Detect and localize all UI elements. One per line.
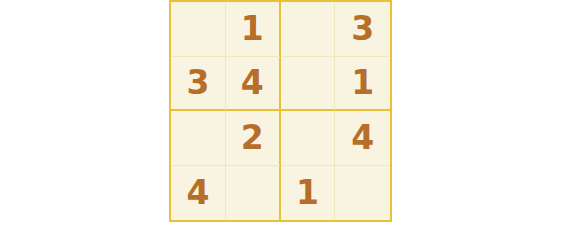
- sudoku-cell-empty[interactable]: [171, 111, 226, 166]
- page: 133412441: [0, 0, 570, 228]
- sudoku-cell-given: 3: [335, 2, 390, 57]
- sudoku-cell-empty[interactable]: [281, 111, 336, 166]
- sudoku-cell-given: 1: [335, 57, 390, 112]
- sudoku-cell-given: 1: [226, 2, 281, 57]
- sudoku-cell-empty[interactable]: [171, 2, 226, 57]
- sudoku-cell-empty[interactable]: [281, 2, 336, 57]
- sudoku-cell-given: 3: [171, 57, 226, 112]
- sudoku-cell-given: 1: [281, 166, 336, 221]
- sudoku-cell-given: 2: [226, 111, 281, 166]
- sudoku-cell-given: 4: [171, 166, 226, 221]
- sudoku-cell-empty[interactable]: [335, 166, 390, 221]
- sudoku-cell-given: 4: [226, 57, 281, 112]
- sudoku-cell-empty[interactable]: [226, 166, 281, 221]
- sudoku-board: 133412441: [169, 0, 392, 222]
- sudoku-cell-empty[interactable]: [281, 57, 336, 112]
- sudoku-cell-given: 4: [335, 111, 390, 166]
